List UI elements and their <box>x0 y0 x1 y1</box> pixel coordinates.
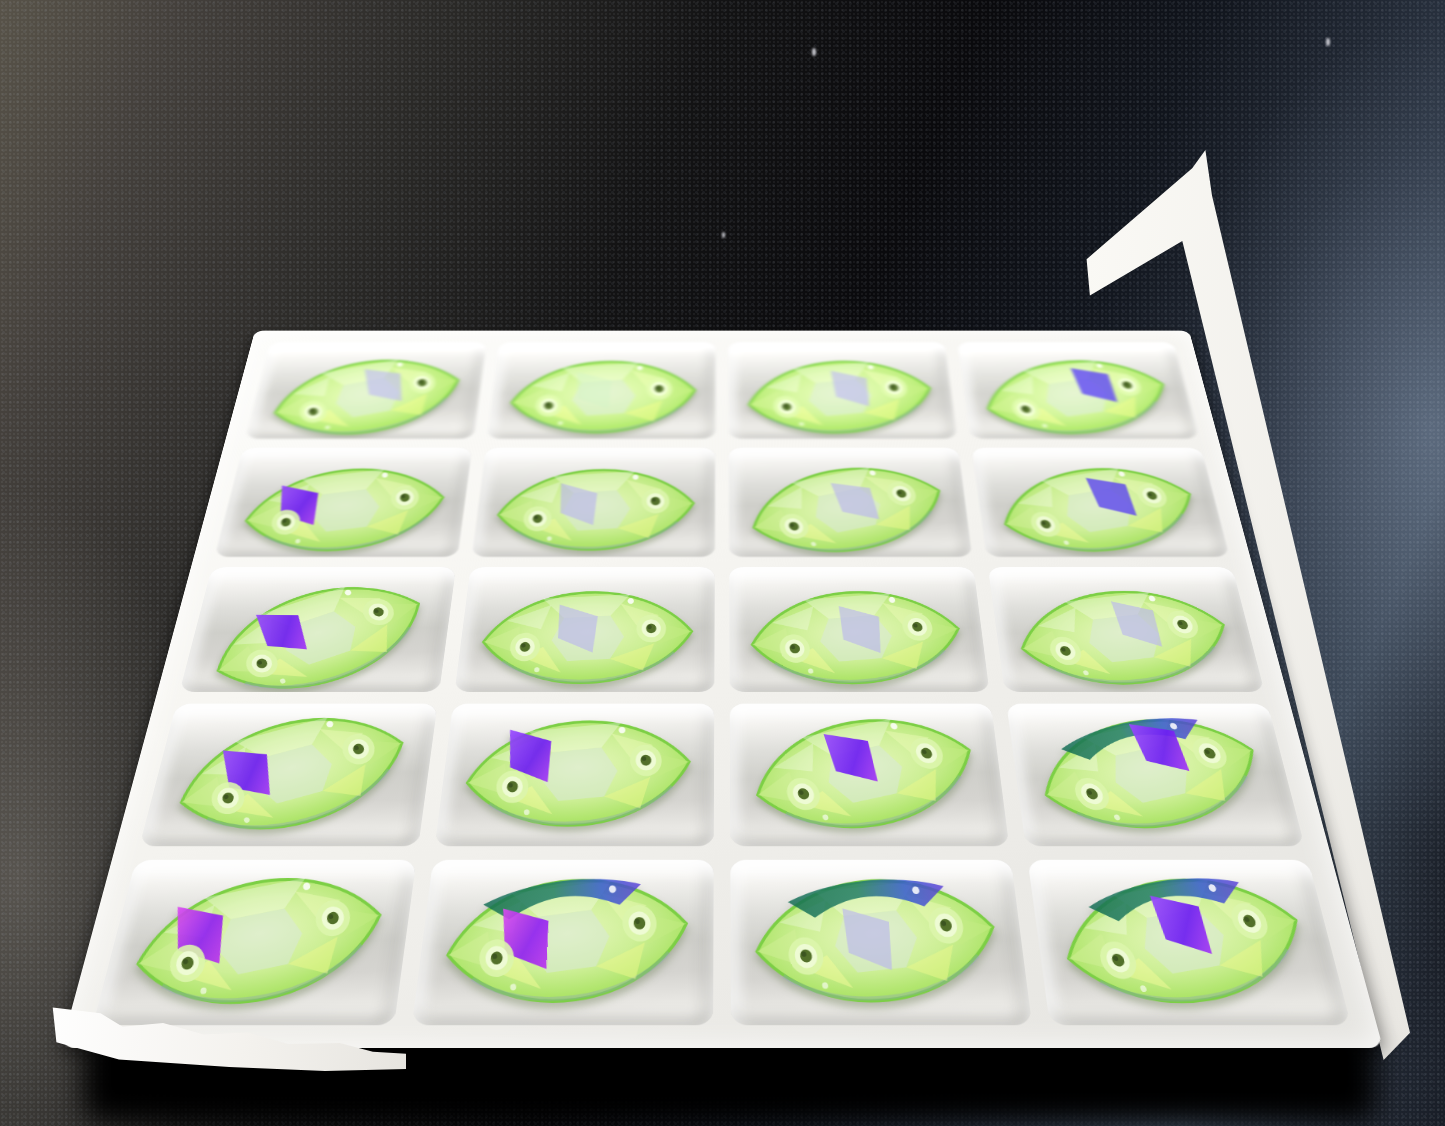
gem-r3c3 <box>749 588 968 688</box>
dust-speck <box>1326 38 1330 46</box>
gem-rotation-wrap <box>1018 703 1287 846</box>
tray-cell-r4c4 <box>1006 703 1304 846</box>
rhinestone-gem <box>496 460 701 557</box>
gem-r5c4 <box>1052 875 1322 1007</box>
photo-scene: { "scene": { "description": "Overhead ph… <box>0 0 1445 1126</box>
tray-cell-r3c4 <box>988 567 1265 691</box>
tray-cell-r3c3 <box>729 567 989 691</box>
dust-speck <box>812 48 816 56</box>
tray-cell-r1c2 <box>487 342 716 439</box>
rhinestone-gem <box>983 452 1217 557</box>
tray-cell-r4c2 <box>435 703 714 846</box>
gem-r5c3 <box>753 875 1006 1007</box>
rhinestone-gem <box>739 350 945 439</box>
dust-speck <box>722 232 725 238</box>
gem-r5c2 <box>438 875 691 1007</box>
rhinestone-gem <box>1043 860 1330 1026</box>
gem-rotation-wrap <box>133 860 392 1026</box>
gem-r4c2 <box>459 717 693 831</box>
gem-r3c2 <box>476 588 695 688</box>
rhinestone-gem <box>736 703 997 846</box>
gem-rotation-wrap <box>734 450 964 558</box>
tray-grid <box>61 331 1383 1048</box>
rhinestone-gem <box>463 707 700 842</box>
gem-rotation-wrap <box>983 452 1217 557</box>
gem-r4c4 <box>1029 717 1278 831</box>
gem-rotation-wrap <box>745 864 1013 1021</box>
gem-r1c3 <box>746 358 939 436</box>
gem-r1c1 <box>264 358 467 436</box>
rhinestone-gem <box>441 861 700 1024</box>
rhinestone-gem <box>1018 703 1287 846</box>
tray-cell-r1c3 <box>728 342 957 439</box>
gem-rotation-wrap <box>1043 860 1330 1026</box>
gem-rotation-wrap <box>463 707 700 842</box>
gem-r2c2 <box>492 466 697 554</box>
gem-r4c1 <box>166 717 415 831</box>
gem-r3c4 <box>1010 588 1242 688</box>
tray-cell-r1c1 <box>245 342 486 439</box>
gem-r4c3 <box>751 717 985 831</box>
gem-rotation-wrap <box>496 460 701 557</box>
rhinestone-gem <box>743 580 974 692</box>
gem-rotation-wrap <box>736 703 997 846</box>
tray-cell-r2c4 <box>972 448 1230 557</box>
rhinestone-gem <box>969 347 1187 439</box>
rhinestone-gem <box>480 583 698 692</box>
gem-r1c2 <box>506 358 699 436</box>
gem-rotation-wrap <box>244 455 450 557</box>
gem-rotation-wrap <box>198 567 444 691</box>
gem-rotation-wrap <box>1003 577 1249 692</box>
gem-rotation-wrap <box>168 703 422 846</box>
tray-cell-r2c1 <box>214 448 472 557</box>
rhinestone-gem <box>508 352 703 439</box>
tray-cell-r5c3 <box>730 860 1032 1026</box>
tray-cell-r2c2 <box>472 448 715 557</box>
gem-rotation-wrap <box>739 350 945 439</box>
gem-rotation-wrap <box>480 583 698 692</box>
rhinestone-gem <box>198 567 444 691</box>
tray-cell-r3c2 <box>455 567 715 691</box>
gem-r3c1 <box>201 588 433 688</box>
gem-r5c1 <box>121 875 391 1007</box>
rhinestone-tray <box>61 331 1383 1048</box>
gem-rotation-wrap <box>441 861 700 1024</box>
gem-r2c3 <box>747 466 952 554</box>
gem-rotation-wrap <box>743 580 974 692</box>
gem-rotation-wrap <box>969 347 1187 439</box>
tray-cell-r4c1 <box>139 703 437 846</box>
tray-cell-r5c4 <box>1027 860 1351 1026</box>
rhinestone-gem <box>244 455 450 557</box>
tray-cell-r4c3 <box>730 703 1009 846</box>
tray-cell-r5c2 <box>412 860 714 1026</box>
gem-rotation-wrap <box>266 344 471 439</box>
tray-cell-r1c4 <box>957 342 1198 439</box>
rhinestone-gem <box>266 344 471 439</box>
rhinestone-gem <box>734 450 964 558</box>
rhinestone-gem <box>1003 577 1249 692</box>
gem-r2c4 <box>993 466 1210 554</box>
rhinestone-gem <box>133 860 392 1026</box>
gem-r2c1 <box>235 466 452 554</box>
gem-r1c4 <box>977 358 1180 436</box>
gem-rotation-wrap <box>508 352 703 439</box>
tray-cell-r3c1 <box>180 567 457 691</box>
tray-cell-r2c3 <box>729 448 972 557</box>
rhinestone-gem <box>168 703 422 846</box>
tray-cell-r5c1 <box>93 860 417 1026</box>
rhinestone-gem <box>745 864 1013 1021</box>
